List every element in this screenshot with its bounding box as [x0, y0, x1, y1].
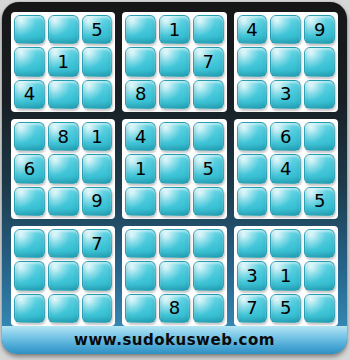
cell-r2c1[interactable]	[14, 47, 45, 76]
cell-r2c5[interactable]	[159, 47, 190, 76]
cell-r3c1[interactable]: 4	[14, 80, 45, 109]
cell-r9c4[interactable]	[125, 294, 156, 323]
cell-r8c7[interactable]: 3	[237, 261, 268, 290]
cell-r1c1[interactable]	[14, 15, 45, 44]
cell-r4c6[interactable]	[193, 122, 224, 151]
box-0-0: 514	[11, 12, 115, 112]
cell-r1c6[interactable]	[193, 15, 224, 44]
sudoku-board-grid: 5141784938169415645783175	[11, 12, 338, 326]
cell-r4c3[interactable]: 1	[82, 122, 113, 151]
cell-r6c9[interactable]: 5	[304, 187, 335, 216]
cell-r3c2[interactable]	[48, 80, 79, 109]
cell-r7c1[interactable]	[14, 229, 45, 258]
box-2-2: 3175	[234, 226, 338, 326]
cell-r8c9[interactable]	[304, 261, 335, 290]
cell-r3c6[interactable]	[193, 80, 224, 109]
cell-r1c5[interactable]: 1	[159, 15, 190, 44]
cell-r8c5[interactable]	[159, 261, 190, 290]
site-url-link[interactable]: www.sudokusweb.com	[74, 331, 275, 349]
cell-r6c3[interactable]: 9	[82, 187, 113, 216]
footer-bar: www.sudokusweb.com	[2, 326, 347, 354]
cell-r5c5[interactable]	[159, 154, 190, 183]
cell-r3c9[interactable]	[304, 80, 335, 109]
box-1-1: 415	[122, 119, 226, 219]
box-2-1: 8	[122, 226, 226, 326]
cell-r1c7[interactable]: 4	[237, 15, 268, 44]
cell-r7c4[interactable]	[125, 229, 156, 258]
cell-r3c7[interactable]	[237, 80, 268, 109]
cell-r7c2[interactable]	[48, 229, 79, 258]
sudoku-board: 5141784938169415645783175 www.sudokusweb…	[2, 2, 347, 354]
cell-r5c6[interactable]: 5	[193, 154, 224, 183]
cell-r9c2[interactable]	[48, 294, 79, 323]
cell-r3c4[interactable]: 8	[125, 80, 156, 109]
cell-r4c7[interactable]	[237, 122, 268, 151]
cell-r8c2[interactable]	[48, 261, 79, 290]
cell-r4c4[interactable]: 4	[125, 122, 156, 151]
cell-r7c6[interactable]	[193, 229, 224, 258]
cell-r7c5[interactable]	[159, 229, 190, 258]
cell-r5c3[interactable]	[82, 154, 113, 183]
cell-r4c8[interactable]: 6	[270, 122, 301, 151]
cell-r8c1[interactable]	[14, 261, 45, 290]
cell-r9c8[interactable]: 5	[270, 294, 301, 323]
cell-r5c2[interactable]	[48, 154, 79, 183]
cell-r3c8[interactable]: 3	[270, 80, 301, 109]
box-1-0: 8169	[11, 119, 115, 219]
cell-r6c6[interactable]	[193, 187, 224, 216]
cell-r8c3[interactable]	[82, 261, 113, 290]
cell-r2c8[interactable]	[270, 47, 301, 76]
cell-r7c8[interactable]	[270, 229, 301, 258]
cell-r9c5[interactable]: 8	[159, 294, 190, 323]
cell-r8c4[interactable]	[125, 261, 156, 290]
box-1-2: 645	[234, 119, 338, 219]
cell-r9c6[interactable]	[193, 294, 224, 323]
cell-r6c1[interactable]	[14, 187, 45, 216]
cell-r6c4[interactable]	[125, 187, 156, 216]
cell-r5c8[interactable]: 4	[270, 154, 301, 183]
cell-r8c8[interactable]: 1	[270, 261, 301, 290]
cell-r2c6[interactable]: 7	[193, 47, 224, 76]
cell-r6c7[interactable]	[237, 187, 268, 216]
cell-r7c9[interactable]	[304, 229, 335, 258]
cell-r1c8[interactable]	[270, 15, 301, 44]
cell-r2c3[interactable]	[82, 47, 113, 76]
box-0-1: 178	[122, 12, 226, 112]
cell-r3c3[interactable]	[82, 80, 113, 109]
cell-r8c6[interactable]	[193, 261, 224, 290]
cell-r6c2[interactable]	[48, 187, 79, 216]
cell-r6c8[interactable]	[270, 187, 301, 216]
cell-r5c4[interactable]: 1	[125, 154, 156, 183]
cell-r9c3[interactable]	[82, 294, 113, 323]
cell-r2c7[interactable]	[237, 47, 268, 76]
cell-r9c9[interactable]	[304, 294, 335, 323]
cell-r7c3[interactable]: 7	[82, 229, 113, 258]
box-2-0: 7	[11, 226, 115, 326]
cell-r1c3[interactable]: 5	[82, 15, 113, 44]
cell-r1c4[interactable]	[125, 15, 156, 44]
cell-r9c1[interactable]	[14, 294, 45, 323]
cell-r6c5[interactable]	[159, 187, 190, 216]
cell-r1c9[interactable]: 9	[304, 15, 335, 44]
cell-r3c5[interactable]	[159, 80, 190, 109]
cell-r5c9[interactable]	[304, 154, 335, 183]
cell-r9c7[interactable]: 7	[237, 294, 268, 323]
cell-r2c4[interactable]	[125, 47, 156, 76]
cell-r4c2[interactable]: 8	[48, 122, 79, 151]
box-0-2: 493	[234, 12, 338, 112]
cell-r2c2[interactable]: 1	[48, 47, 79, 76]
cell-r5c7[interactable]	[237, 154, 268, 183]
cell-r7c7[interactable]	[237, 229, 268, 258]
cell-r4c9[interactable]	[304, 122, 335, 151]
cell-r4c5[interactable]	[159, 122, 190, 151]
cell-r2c9[interactable]	[304, 47, 335, 76]
cell-r1c2[interactable]	[48, 15, 79, 44]
cell-r4c1[interactable]	[14, 122, 45, 151]
cell-r5c1[interactable]: 6	[14, 154, 45, 183]
